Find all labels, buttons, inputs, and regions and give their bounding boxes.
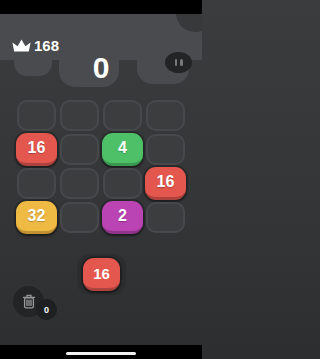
trash-count: 0 bbox=[44, 305, 49, 315]
tile-2[interactable]: 2 bbox=[102, 201, 143, 234]
cell-r3c2[interactable] bbox=[60, 168, 99, 199]
status-bar bbox=[0, 0, 202, 14]
cell-r3c3[interactable] bbox=[103, 168, 142, 199]
next-tile[interactable]: 16 bbox=[83, 258, 120, 291]
tile-32[interactable]: 32 bbox=[16, 201, 57, 234]
cell-r3c1[interactable] bbox=[17, 168, 56, 199]
tile-4[interactable]: 4 bbox=[102, 133, 143, 166]
cell-r2c2[interactable] bbox=[60, 134, 99, 165]
cell-r2c3[interactable]: 4 bbox=[103, 134, 142, 165]
home-indicator[interactable] bbox=[66, 352, 136, 355]
trash-count-badge: 0 bbox=[36, 299, 57, 320]
pause-icon bbox=[180, 59, 183, 67]
cell-r1c1[interactable] bbox=[17, 100, 56, 131]
cell-r3c4[interactable]: 16 bbox=[146, 168, 185, 199]
crown-icon bbox=[12, 39, 31, 53]
cell-r1c4[interactable] bbox=[146, 100, 185, 131]
cell-r2c1[interactable]: 16 bbox=[17, 134, 56, 165]
cell-r2c4[interactable] bbox=[146, 134, 185, 165]
cell-r4c3[interactable]: 2 bbox=[103, 202, 142, 233]
tile-16[interactable]: 16 bbox=[145, 167, 186, 200]
cell-r4c1[interactable]: 32 bbox=[17, 202, 56, 233]
pause-button[interactable] bbox=[165, 52, 192, 73]
cell-r4c2[interactable] bbox=[60, 202, 99, 233]
cell-r1c3[interactable] bbox=[103, 100, 142, 131]
cell-r1c2[interactable] bbox=[60, 100, 99, 131]
tile-16[interactable]: 16 bbox=[16, 133, 57, 166]
board: 16416322 bbox=[17, 100, 185, 233]
cell-r4c4[interactable] bbox=[146, 202, 185, 233]
pause-icon bbox=[175, 59, 178, 67]
trash-icon bbox=[22, 294, 36, 309]
